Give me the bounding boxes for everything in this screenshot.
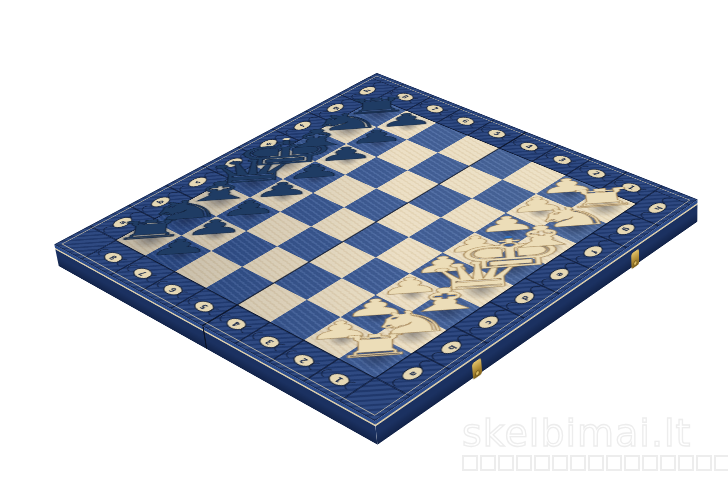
coordinate-label-h: h (363, 88, 373, 92)
coordinate-medallion: 6 (159, 282, 187, 297)
scroll-ornament-icon (116, 259, 129, 267)
coordinate-label-8: 8 (108, 254, 119, 260)
scroll-ornament-icon (188, 297, 201, 306)
scroll-ornament-icon (103, 226, 115, 234)
scroll-ornament-icon (274, 343, 288, 352)
coordinate-medallion: f (579, 244, 606, 259)
coordinate-label-7: 7 (430, 107, 440, 112)
coordinate-medallion: a (397, 364, 427, 382)
coordinate-medallion: e (545, 266, 573, 282)
watermark-square (498, 455, 514, 471)
coordinate-label-d: d (519, 295, 531, 301)
scroll-ornament-icon (457, 334, 472, 343)
coordinate-label-8: 8 (400, 95, 410, 100)
file-labels-far: abcdefgh (89, 88, 376, 241)
coordinate-medallion: g (612, 222, 639, 237)
coordinate-label-c: c (193, 180, 202, 185)
scroll-ornament-icon (608, 233, 622, 241)
coordinate-label-6: 6 (167, 286, 178, 292)
scroll-ornament-icon (285, 129, 297, 136)
square-f5 (376, 170, 439, 202)
scroll-ornament-icon (98, 248, 111, 256)
coordinate-label-b: b (445, 344, 457, 351)
chess-board: abcdefgh abcdefgh 87654321 87654321 ♜♞♝♛… (54, 73, 697, 421)
square-g3 (472, 180, 536, 213)
scroll-ornament-icon (540, 278, 555, 286)
scroll-ornament-icon (640, 211, 654, 219)
coordinate-label-1: 1 (333, 376, 345, 383)
coordinate-label-2: 2 (298, 357, 310, 364)
coordinate-label-4: 4 (231, 321, 243, 328)
piece-shadow (266, 187, 302, 205)
coordinate-label-f: f (588, 249, 598, 254)
coordinate-label-2: 2 (591, 171, 601, 176)
coordinate-label-g: g (620, 226, 631, 232)
scroll-ornament-icon (308, 362, 322, 371)
scroll-ornament-icon (494, 309, 509, 318)
scroll-ornament-icon (597, 240, 611, 248)
scroll-ornament-icon (431, 351, 446, 360)
watermark-square (588, 455, 604, 471)
scroll-ornament-icon (344, 381, 359, 391)
scroll-ornament-icon (216, 166, 228, 173)
scroll-ornament-icon (308, 116, 320, 122)
coordinate-label-g: g (330, 106, 340, 111)
square-f4 (408, 184, 472, 217)
watermark-square (516, 455, 532, 471)
scroll-ornament-icon (179, 185, 191, 192)
scroll-ornament-icon (146, 274, 159, 282)
scroll-ornament-icon (240, 153, 252, 160)
scroll-ornament-icon (320, 368, 334, 378)
coordinate-label-3: 3 (557, 157, 567, 162)
piece-shadow (330, 151, 365, 168)
scroll-ornament-icon (564, 262, 579, 270)
watermark-square (462, 455, 478, 471)
watermark-square (606, 455, 622, 471)
brass-clasp (472, 358, 482, 380)
coordinate-label-a: a (117, 220, 127, 225)
coordinate-label-5: 5 (198, 303, 210, 310)
coordinate-medallion: 8 (100, 250, 127, 265)
scroll-ornament-icon (629, 218, 643, 226)
square-g4 (439, 166, 502, 198)
scroll-ornament-icon (129, 212, 141, 219)
piece-shadow (391, 118, 425, 134)
square-g5 (407, 153, 469, 184)
scroll-ornament-icon (636, 189, 650, 196)
rank-labels-right: 87654321 (377, 84, 663, 204)
coordinate-label-e: e (264, 141, 274, 146)
watermark-square (642, 455, 658, 471)
scroll-ornament-icon (204, 172, 216, 179)
coordinate-medallion: 1 (324, 371, 354, 389)
coordinate-label-a: a (407, 370, 419, 377)
piece-shadow (232, 205, 268, 224)
scroll-ornament-icon (252, 331, 265, 340)
watermark-text: skelbimai.lt (462, 414, 728, 452)
coordinate-medallion: c (474, 314, 503, 331)
watermark-square (678, 455, 694, 471)
coordinate-medallion: 4 (222, 316, 251, 332)
coordinate-medallion: b (436, 339, 466, 357)
coordinate-label-d: d (228, 160, 238, 165)
coordinate-medallion: 2 (289, 352, 319, 369)
scroll-ornament-icon (529, 285, 544, 294)
watermark-square (696, 455, 712, 471)
scroll-ornament-icon (351, 93, 362, 99)
scroll-ornament-icon (240, 325, 253, 334)
coordinate-label-5: 5 (492, 131, 502, 136)
coordinate-label-f: f (298, 124, 306, 128)
watermark-square (534, 455, 550, 471)
watermark-square (480, 455, 496, 471)
coordinate-label-3: 3 (264, 338, 276, 345)
scroll-ornament-icon (274, 134, 286, 141)
scroll-ornament-icon (372, 82, 383, 88)
watermark-squares (462, 455, 728, 471)
scroll-ornament-icon (469, 326, 484, 335)
coordinate-label-1: 1 (626, 185, 636, 191)
square-e5 (344, 189, 408, 222)
coordinate-label-c: c (483, 319, 494, 325)
scroll-ornament-icon (341, 99, 352, 105)
brass-clasp (631, 249, 639, 270)
coordinate-label-7: 7 (137, 270, 148, 276)
coordinate-medallion: 3 (255, 334, 284, 351)
scroll-ornament-icon (177, 291, 190, 299)
piece-shadow (298, 169, 333, 187)
watermark: skelbimai.lt (462, 414, 728, 471)
watermark-square (714, 455, 728, 471)
scroll-ornament-icon (418, 360, 433, 369)
scroll-ornament-icon (251, 147, 263, 154)
scroll-ornament-icon (286, 350, 300, 359)
watermark-square (552, 455, 568, 471)
scroll-ornament-icon (157, 280, 170, 288)
scroll-ornament-icon (505, 302, 520, 311)
scroll-ornament-icon (318, 111, 329, 117)
watermark-square (624, 455, 640, 471)
product-photo: abcdefgh abcdefgh 87654321 87654321 ♜♞♝♛… (0, 0, 728, 483)
coordinate-label-e: e (554, 271, 565, 277)
coordinate-medallion: 7 (129, 266, 156, 281)
scroll-ornament-icon (392, 378, 407, 388)
scroll-ornament-icon (127, 264, 140, 272)
coordinate-medallion: 5 (190, 299, 218, 315)
watermark-square (570, 455, 586, 471)
piece-shadow (552, 183, 588, 202)
coordinate-label-b: b (155, 199, 165, 204)
piece-shadow (361, 134, 395, 151)
fold-seam-edge (202, 326, 207, 349)
scroll-ornament-icon (142, 205, 154, 212)
coordinate-medallion: d (510, 290, 538, 307)
coordinate-label-4: 4 (524, 144, 534, 149)
watermark-square (660, 455, 676, 471)
scroll-ornament-icon (167, 191, 179, 198)
coordinate-label-6: 6 (461, 119, 471, 124)
scroll-ornament-icon (575, 255, 590, 263)
